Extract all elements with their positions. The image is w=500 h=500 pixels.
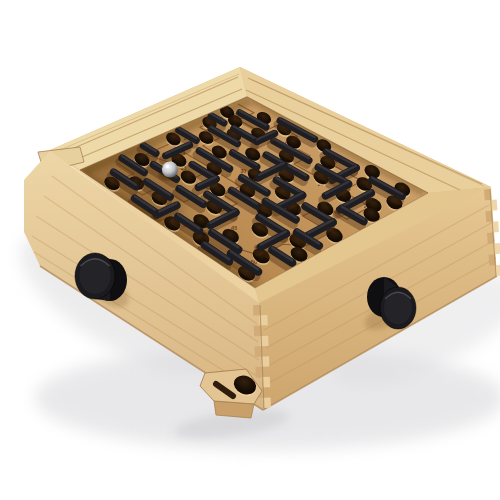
finger-joint-tooth xyxy=(263,377,270,388)
labyrinth-product-photo: 20222426283032343638404143454750 xyxy=(0,0,500,500)
finger-joint-tooth xyxy=(262,356,269,367)
ball-specular xyxy=(165,165,169,169)
finger-joint-tooth xyxy=(253,305,260,316)
finger-joint-tooth xyxy=(254,326,261,337)
finger-joint-tooth xyxy=(264,397,271,408)
labyrinth-game-scene: 20222426283032343638404143454750 xyxy=(0,0,500,500)
steel-ball xyxy=(162,161,178,177)
finger-joint-tooth xyxy=(260,315,267,326)
finger-joint-tooth xyxy=(261,336,268,347)
finger-joint-tooth xyxy=(255,346,262,357)
finger-joint-tooth xyxy=(255,367,262,378)
